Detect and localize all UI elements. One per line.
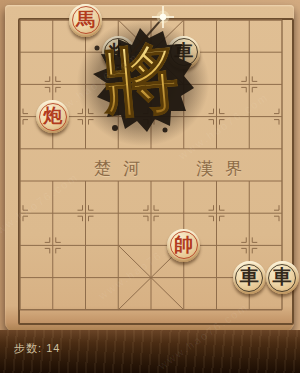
piece-black-general[interactable]: 将 <box>102 36 135 69</box>
piece-red-horse[interactable]: 馬 <box>69 4 102 37</box>
step-counter-label: 步数: <box>14 342 42 354</box>
piece-black-chariot[interactable]: 車 <box>167 36 200 69</box>
piece-character: 車 <box>174 42 193 61</box>
river-label-han: 漢界 <box>196 157 254 180</box>
table-surface: 步数: 14 <box>0 330 300 373</box>
river-label-chu: 楚河 <box>94 157 152 180</box>
piece-red-general[interactable]: 帥 <box>167 229 200 262</box>
piece-character: 車 <box>273 267 292 286</box>
piece-character: 車 <box>240 267 259 286</box>
piece-character: 馬 <box>76 10 95 29</box>
piece-black-chariot[interactable]: 車 <box>233 261 266 294</box>
piece-character: 将 <box>109 42 128 61</box>
piece-black-chariot[interactable]: 車 <box>266 261 299 294</box>
piece-character: 炮 <box>43 106 62 125</box>
step-counter: 步数: 14 <box>14 341 60 356</box>
piece-character: 帥 <box>174 235 193 254</box>
step-counter-value: 14 <box>46 342 60 354</box>
game-screen: 楚河 漢界 馬将車炮帥車車 將 步数: 14 www.hao76 <box>0 0 300 373</box>
